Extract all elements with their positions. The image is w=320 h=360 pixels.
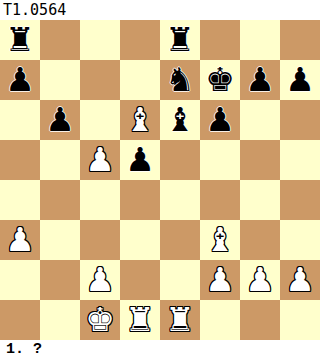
- piece-white-rook-e1[interactable]: ♜: [165, 300, 195, 340]
- square-h5[interactable]: [280, 140, 320, 180]
- square-f5[interactable]: [200, 140, 240, 180]
- square-c1[interactable]: ♚: [80, 300, 120, 340]
- square-b5[interactable]: [40, 140, 80, 180]
- chess-board: ♜♜♟♞♚♟♟♟♝♝♟♟♟♟♝♟♟♟♟♚♜♜: [0, 20, 320, 340]
- square-e3[interactable]: [160, 220, 200, 260]
- square-f6[interactable]: ♟: [200, 100, 240, 140]
- square-a2[interactable]: [0, 260, 40, 300]
- square-h8[interactable]: [280, 20, 320, 60]
- square-b1[interactable]: [40, 300, 80, 340]
- square-h4[interactable]: [280, 180, 320, 220]
- square-f7[interactable]: ♚: [200, 60, 240, 100]
- square-d3[interactable]: [120, 220, 160, 260]
- square-h1[interactable]: [280, 300, 320, 340]
- square-b6[interactable]: ♟: [40, 100, 80, 140]
- piece-black-king-f7[interactable]: ♚: [205, 60, 235, 100]
- square-d1[interactable]: ♜: [120, 300, 160, 340]
- square-d2[interactable]: [120, 260, 160, 300]
- piece-white-pawn-a3[interactable]: ♟: [5, 220, 35, 260]
- square-e2[interactable]: [160, 260, 200, 300]
- square-g1[interactable]: [240, 300, 280, 340]
- square-c8[interactable]: [80, 20, 120, 60]
- square-a3[interactable]: ♟: [0, 220, 40, 260]
- square-e1[interactable]: ♜: [160, 300, 200, 340]
- piece-black-pawn-a7[interactable]: ♟: [5, 60, 35, 100]
- square-c6[interactable]: [80, 100, 120, 140]
- piece-white-pawn-g2[interactable]: ♟: [245, 260, 275, 300]
- piece-white-pawn-h2[interactable]: ♟: [285, 260, 315, 300]
- puzzle-screen: T1.0564 ♜♜♟♞♚♟♟♟♝♝♟♟♟♟♝♟♟♟♟♚♜♜ 1. ?: [0, 0, 320, 360]
- square-g4[interactable]: [240, 180, 280, 220]
- piece-white-pawn-c2[interactable]: ♟: [85, 260, 115, 300]
- square-b4[interactable]: [40, 180, 80, 220]
- square-c3[interactable]: [80, 220, 120, 260]
- piece-black-pawn-h7[interactable]: ♟: [285, 60, 315, 100]
- square-e4[interactable]: [160, 180, 200, 220]
- square-f3[interactable]: ♝: [200, 220, 240, 260]
- piece-white-bishop-f3[interactable]: ♝: [205, 220, 235, 260]
- square-a8[interactable]: ♜: [0, 20, 40, 60]
- square-h6[interactable]: [280, 100, 320, 140]
- square-g3[interactable]: [240, 220, 280, 260]
- square-f2[interactable]: ♟: [200, 260, 240, 300]
- square-g8[interactable]: [240, 20, 280, 60]
- square-a7[interactable]: ♟: [0, 60, 40, 100]
- square-b8[interactable]: [40, 20, 80, 60]
- square-h2[interactable]: ♟: [280, 260, 320, 300]
- square-b3[interactable]: [40, 220, 80, 260]
- square-f4[interactable]: [200, 180, 240, 220]
- square-a6[interactable]: [0, 100, 40, 140]
- square-g5[interactable]: [240, 140, 280, 180]
- square-e6[interactable]: ♝: [160, 100, 200, 140]
- square-h7[interactable]: ♟: [280, 60, 320, 100]
- piece-white-bishop-d6[interactable]: ♝: [125, 100, 155, 140]
- piece-black-bishop-e6[interactable]: ♝: [165, 100, 195, 140]
- piece-black-pawn-b6[interactable]: ♟: [45, 100, 75, 140]
- square-a5[interactable]: [0, 140, 40, 180]
- square-f8[interactable]: [200, 20, 240, 60]
- square-a4[interactable]: [0, 180, 40, 220]
- square-c5[interactable]: ♟: [80, 140, 120, 180]
- square-c4[interactable]: [80, 180, 120, 220]
- square-d4[interactable]: [120, 180, 160, 220]
- square-h3[interactable]: [280, 220, 320, 260]
- square-c7[interactable]: [80, 60, 120, 100]
- square-d7[interactable]: [120, 60, 160, 100]
- move-prompt: 1. ?: [6, 340, 42, 360]
- square-d5[interactable]: ♟: [120, 140, 160, 180]
- piece-black-pawn-f6[interactable]: ♟: [205, 100, 235, 140]
- square-e8[interactable]: ♜: [160, 20, 200, 60]
- square-a1[interactable]: [0, 300, 40, 340]
- square-c2[interactable]: ♟: [80, 260, 120, 300]
- piece-white-pawn-c5[interactable]: ♟: [85, 140, 115, 180]
- square-d8[interactable]: [120, 20, 160, 60]
- piece-black-knight-e7[interactable]: ♞: [165, 60, 195, 100]
- puzzle-title: T1.0564: [3, 1, 66, 20]
- square-d6[interactable]: ♝: [120, 100, 160, 140]
- square-e5[interactable]: [160, 140, 200, 180]
- square-f1[interactable]: [200, 300, 240, 340]
- square-g2[interactable]: ♟: [240, 260, 280, 300]
- square-e7[interactable]: ♞: [160, 60, 200, 100]
- piece-white-pawn-f2[interactable]: ♟: [205, 260, 235, 300]
- piece-white-king-c1[interactable]: ♚: [85, 300, 115, 340]
- square-g6[interactable]: [240, 100, 280, 140]
- piece-white-rook-d1[interactable]: ♜: [125, 300, 155, 340]
- square-g7[interactable]: ♟: [240, 60, 280, 100]
- piece-black-pawn-g7[interactable]: ♟: [245, 60, 275, 100]
- piece-black-rook-a8[interactable]: ♜: [5, 20, 35, 60]
- square-b7[interactable]: [40, 60, 80, 100]
- piece-black-pawn-d5[interactable]: ♟: [125, 140, 155, 180]
- piece-black-rook-e8[interactable]: ♜: [165, 20, 195, 60]
- square-b2[interactable]: [40, 260, 80, 300]
